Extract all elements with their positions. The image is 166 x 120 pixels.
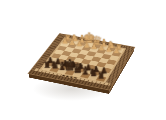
square-a3 xyxy=(109,55,119,60)
chess-set-photo: ♜♞♝♚♛♝♞♜♟♟♟♟♟♟♟♟♟♟♟♟♟♟♟♟♜♞♝♚♛♝♞♜ xyxy=(0,0,166,120)
square-c3 xyxy=(94,53,104,58)
white-pawn-glyph: ♟ xyxy=(107,47,127,55)
square-b4 xyxy=(99,58,109,63)
square-h3 xyxy=(57,46,67,51)
square-g3 xyxy=(64,47,74,52)
square-a8: ♜ xyxy=(96,76,107,82)
black-rook-glyph: ♜ xyxy=(91,71,112,80)
